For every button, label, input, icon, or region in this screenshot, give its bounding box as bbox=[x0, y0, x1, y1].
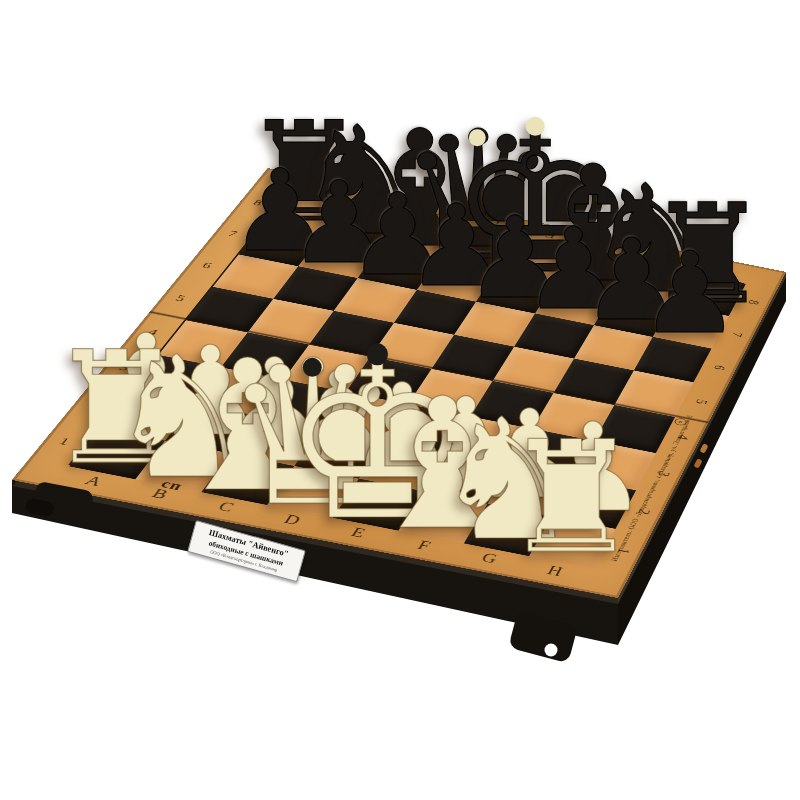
rank-label-right-6: 6 bbox=[710, 364, 729, 371]
chess-set-photo: сп Изготовитель: ООО «Владспортпром», г.… bbox=[0, 0, 800, 800]
piece-black-p-h7[interactable]: ♟ bbox=[640, 237, 741, 349]
rank-label-left-6: 6 bbox=[199, 260, 214, 271]
rank-label-left-5: 5 bbox=[173, 293, 188, 304]
piece-white-r-h1[interactable]: ♜ bbox=[502, 420, 640, 574]
